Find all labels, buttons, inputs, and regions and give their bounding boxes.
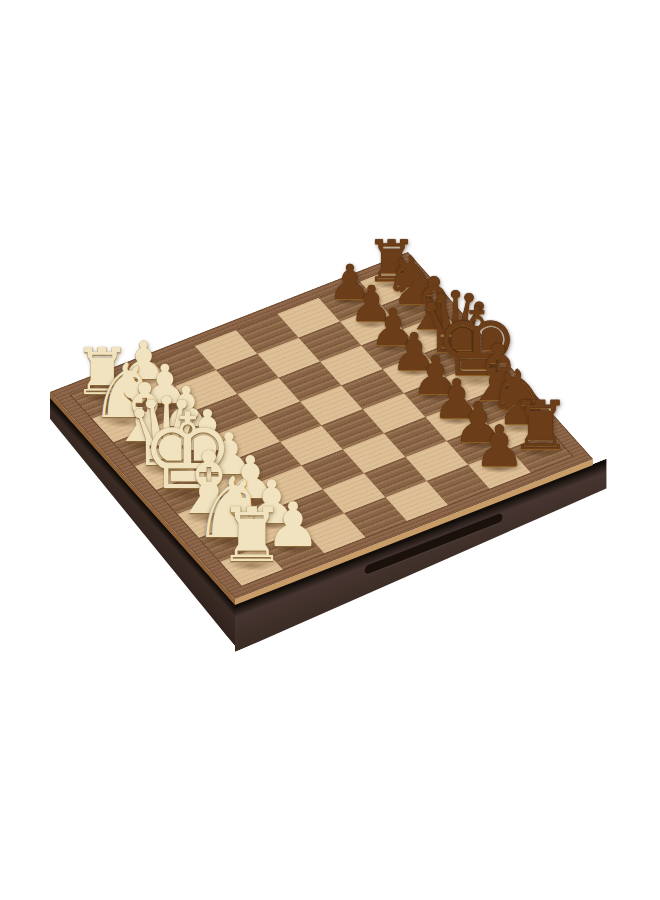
piece-white-rook-h1: ♜ [218,498,285,573]
product-photo-chess-set: ♜♞♝♛♚♝♞♜♟♟♟♟♟♟♟♟♟♟♟♟♟♟♟♟♜♞♝♛♚♝♞♜ [0,0,660,900]
piece-black-pawn-h7: ♟ [474,417,525,474]
